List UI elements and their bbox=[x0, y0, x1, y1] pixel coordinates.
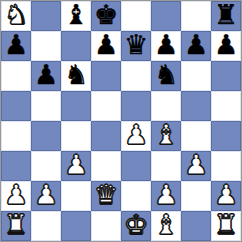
square-b3[interactable] bbox=[31, 151, 61, 181]
square-h7[interactable]: ♟ bbox=[211, 31, 241, 61]
white-pawn: ♟ bbox=[64, 151, 88, 180]
black-knight: ♞ bbox=[64, 61, 88, 90]
square-e7[interactable]: ♛ bbox=[121, 31, 151, 61]
square-a4[interactable] bbox=[1, 121, 31, 151]
square-b6[interactable]: ♟ bbox=[31, 61, 61, 91]
square-c3[interactable]: ♟ bbox=[61, 151, 91, 181]
square-g5[interactable] bbox=[181, 91, 211, 121]
square-b7[interactable] bbox=[31, 31, 61, 61]
square-c7[interactable] bbox=[61, 31, 91, 61]
black-pawn: ♟ bbox=[4, 31, 28, 60]
square-g6[interactable] bbox=[181, 61, 211, 91]
square-f7[interactable]: ♟ bbox=[151, 31, 181, 61]
white-bishop: ♝ bbox=[154, 211, 178, 240]
square-g2[interactable] bbox=[181, 181, 211, 211]
black-queen: ♛ bbox=[124, 31, 148, 60]
square-a2[interactable]: ♟ bbox=[1, 181, 31, 211]
white-rook: ♜ bbox=[4, 211, 28, 240]
square-h3[interactable] bbox=[211, 151, 241, 181]
white-bishop: ♝ bbox=[154, 121, 178, 150]
square-g1[interactable] bbox=[181, 211, 211, 241]
square-c6[interactable]: ♞ bbox=[61, 61, 91, 91]
square-c5[interactable] bbox=[61, 91, 91, 121]
square-h2[interactable]: ♟ bbox=[211, 181, 241, 211]
square-b4[interactable] bbox=[31, 121, 61, 151]
white-queen: ♛ bbox=[94, 181, 118, 210]
square-c1[interactable] bbox=[61, 211, 91, 241]
square-e4[interactable]: ♟ bbox=[121, 121, 151, 151]
white-pawn: ♟ bbox=[214, 181, 238, 210]
square-c2[interactable] bbox=[61, 181, 91, 211]
square-e1[interactable]: ♚ bbox=[121, 211, 151, 241]
black-pawn: ♟ bbox=[154, 31, 178, 60]
white-pawn: ♟ bbox=[154, 181, 178, 210]
black-pawn: ♟ bbox=[214, 31, 238, 60]
chess-board: ♞♝♚♜♟♟♛♟♟♟♟♞♞♟♝♟♟♟♟♛♟♟♜♚♝♜ bbox=[0, 0, 242, 242]
square-e8[interactable] bbox=[121, 1, 151, 31]
square-h4[interactable] bbox=[211, 121, 241, 151]
square-e5[interactable] bbox=[121, 91, 151, 121]
black-pawn: ♟ bbox=[184, 31, 208, 60]
white-pawn: ♟ bbox=[124, 121, 148, 150]
square-d6[interactable] bbox=[91, 61, 121, 91]
white-king: ♚ bbox=[124, 211, 148, 240]
square-f1[interactable]: ♝ bbox=[151, 211, 181, 241]
black-king: ♚ bbox=[94, 1, 118, 30]
white-pawn: ♟ bbox=[34, 181, 58, 210]
square-a8[interactable]: ♞ bbox=[1, 1, 31, 31]
square-e6[interactable] bbox=[121, 61, 151, 91]
square-d5[interactable] bbox=[91, 91, 121, 121]
square-g3[interactable]: ♟ bbox=[181, 151, 211, 181]
square-d7[interactable]: ♟ bbox=[91, 31, 121, 61]
square-e3[interactable] bbox=[121, 151, 151, 181]
square-a1[interactable]: ♜ bbox=[1, 211, 31, 241]
square-d1[interactable] bbox=[91, 211, 121, 241]
white-pawn: ♟ bbox=[184, 151, 208, 180]
square-g7[interactable]: ♟ bbox=[181, 31, 211, 61]
square-d3[interactable] bbox=[91, 151, 121, 181]
square-a5[interactable] bbox=[1, 91, 31, 121]
square-h5[interactable] bbox=[211, 91, 241, 121]
square-h1[interactable]: ♜ bbox=[211, 211, 241, 241]
square-e2[interactable] bbox=[121, 181, 151, 211]
square-a6[interactable] bbox=[1, 61, 31, 91]
square-b8[interactable] bbox=[31, 1, 61, 31]
square-h8[interactable]: ♜ bbox=[211, 1, 241, 31]
square-b2[interactable]: ♟ bbox=[31, 181, 61, 211]
square-c8[interactable]: ♝ bbox=[61, 1, 91, 31]
black-bishop: ♝ bbox=[64, 1, 88, 30]
white-knight: ♞ bbox=[4, 1, 28, 30]
square-d4[interactable] bbox=[91, 121, 121, 151]
square-a7[interactable]: ♟ bbox=[1, 31, 31, 61]
square-b1[interactable] bbox=[31, 211, 61, 241]
square-g4[interactable] bbox=[181, 121, 211, 151]
square-c4[interactable] bbox=[61, 121, 91, 151]
black-rook: ♜ bbox=[214, 1, 238, 30]
square-b5[interactable] bbox=[31, 91, 61, 121]
square-f5[interactable] bbox=[151, 91, 181, 121]
square-d2[interactable]: ♛ bbox=[91, 181, 121, 211]
white-rook: ♜ bbox=[214, 211, 238, 240]
square-d8[interactable]: ♚ bbox=[91, 1, 121, 31]
square-f2[interactable]: ♟ bbox=[151, 181, 181, 211]
square-g8[interactable] bbox=[181, 1, 211, 31]
square-f8[interactable] bbox=[151, 1, 181, 31]
black-pawn: ♟ bbox=[34, 61, 58, 90]
white-pawn: ♟ bbox=[4, 181, 28, 210]
square-a3[interactable] bbox=[1, 151, 31, 181]
square-h6[interactable] bbox=[211, 61, 241, 91]
black-pawn: ♟ bbox=[94, 31, 118, 60]
square-f3[interactable] bbox=[151, 151, 181, 181]
square-f4[interactable]: ♝ bbox=[151, 121, 181, 151]
black-knight: ♞ bbox=[154, 61, 178, 90]
square-f6[interactable]: ♞ bbox=[151, 61, 181, 91]
